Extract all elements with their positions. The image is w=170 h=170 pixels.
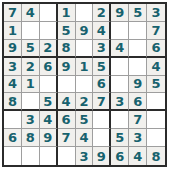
cell-r8c2[interactable]: 8 xyxy=(22,129,40,147)
cell-r7c9[interactable] xyxy=(147,111,165,129)
cell-r4c3[interactable]: 6 xyxy=(40,58,58,76)
cell-r2c1[interactable]: 1 xyxy=(4,22,22,40)
sudoku-board: 7412953159479528346326915441695854273634… xyxy=(2,2,167,167)
cell-r1c5[interactable] xyxy=(76,4,94,22)
cell-r9c6[interactable]: 9 xyxy=(93,147,111,165)
cell-r5c4[interactable] xyxy=(58,76,76,94)
cell-r8c7[interactable]: 5 xyxy=(111,129,129,147)
cell-r4c9[interactable]: 4 xyxy=(147,58,165,76)
cell-r8c1[interactable]: 6 xyxy=(4,129,22,147)
cell-r9c7[interactable]: 6 xyxy=(111,147,129,165)
cell-r9c1[interactable] xyxy=(4,147,22,165)
cell-r4c4[interactable]: 9 xyxy=(58,58,76,76)
cell-r7c4[interactable]: 6 xyxy=(58,111,76,129)
cell-r5c5[interactable] xyxy=(76,76,94,94)
cell-r6c1[interactable]: 8 xyxy=(4,93,22,111)
cell-r6c2[interactable] xyxy=(22,93,40,111)
cell-r5c1[interactable]: 4 xyxy=(4,76,22,94)
cell-r3c5[interactable] xyxy=(76,40,94,58)
cell-r4c2[interactable]: 2 xyxy=(22,58,40,76)
cell-r9c8[interactable]: 4 xyxy=(129,147,147,165)
cell-r2c9[interactable]: 7 xyxy=(147,22,165,40)
cell-r8c5[interactable]: 4 xyxy=(76,129,94,147)
cell-r3c3[interactable]: 2 xyxy=(40,40,58,58)
cell-r2c7[interactable] xyxy=(111,22,129,40)
cell-r3c6[interactable]: 3 xyxy=(93,40,111,58)
cell-r7c5[interactable]: 5 xyxy=(76,111,94,129)
cell-r1c3[interactable] xyxy=(40,4,58,22)
cell-r9c3[interactable] xyxy=(40,147,58,165)
cell-r4c8[interactable] xyxy=(129,58,147,76)
cell-r2c8[interactable] xyxy=(129,22,147,40)
cell-r5c8[interactable]: 9 xyxy=(129,76,147,94)
cell-r5c6[interactable]: 6 xyxy=(93,76,111,94)
cell-r9c9[interactable]: 8 xyxy=(147,147,165,165)
cell-r8c8[interactable]: 3 xyxy=(129,129,147,147)
cell-r5c2[interactable]: 1 xyxy=(22,76,40,94)
cell-r4c6[interactable]: 5 xyxy=(93,58,111,76)
cell-r1c1[interactable]: 7 xyxy=(4,4,22,22)
cell-r3c8[interactable] xyxy=(129,40,147,58)
cell-r9c5[interactable]: 3 xyxy=(76,147,94,165)
cell-r7c8[interactable]: 7 xyxy=(129,111,147,129)
cell-r1c6[interactable]: 2 xyxy=(93,4,111,22)
cell-r6c3[interactable]: 5 xyxy=(40,93,58,111)
cell-r3c4[interactable]: 8 xyxy=(58,40,76,58)
cell-r4c1[interactable]: 3 xyxy=(4,58,22,76)
cell-r8c9[interactable] xyxy=(147,129,165,147)
cell-r7c6[interactable] xyxy=(93,111,111,129)
cell-r8c6[interactable] xyxy=(93,129,111,147)
cell-r6c4[interactable]: 4 xyxy=(58,93,76,111)
cell-r2c2[interactable] xyxy=(22,22,40,40)
cell-r3c7[interactable]: 4 xyxy=(111,40,129,58)
cell-r1c9[interactable]: 3 xyxy=(147,4,165,22)
cell-r3c1[interactable]: 9 xyxy=(4,40,22,58)
cell-r6c6[interactable]: 7 xyxy=(93,93,111,111)
cell-r5c3[interactable] xyxy=(40,76,58,94)
cell-r1c8[interactable]: 5 xyxy=(129,4,147,22)
cell-r3c2[interactable]: 5 xyxy=(22,40,40,58)
cell-r1c7[interactable]: 9 xyxy=(111,4,129,22)
cell-r2c5[interactable]: 9 xyxy=(76,22,94,40)
cell-r2c6[interactable]: 4 xyxy=(93,22,111,40)
cell-r7c7[interactable] xyxy=(111,111,129,129)
cell-r6c8[interactable]: 6 xyxy=(129,93,147,111)
cell-r1c2[interactable]: 4 xyxy=(22,4,40,22)
cell-r4c5[interactable]: 1 xyxy=(76,58,94,76)
cell-r9c4[interactable] xyxy=(58,147,76,165)
cell-r7c2[interactable]: 3 xyxy=(22,111,40,129)
cell-r2c3[interactable] xyxy=(40,22,58,40)
cell-r3c9[interactable]: 6 xyxy=(147,40,165,58)
cell-r4c7[interactable] xyxy=(111,58,129,76)
cell-r6c9[interactable] xyxy=(147,93,165,111)
cell-r7c3[interactable]: 4 xyxy=(40,111,58,129)
cell-r7c1[interactable] xyxy=(4,111,22,129)
cell-r8c3[interactable]: 9 xyxy=(40,129,58,147)
cell-r9c2[interactable] xyxy=(22,147,40,165)
cell-r5c7[interactable] xyxy=(111,76,129,94)
cell-r8c4[interactable]: 7 xyxy=(58,129,76,147)
cell-r6c5[interactable]: 2 xyxy=(76,93,94,111)
cell-r2c4[interactable]: 5 xyxy=(58,22,76,40)
cell-r6c7[interactable]: 3 xyxy=(111,93,129,111)
cell-r5c9[interactable]: 5 xyxy=(147,76,165,94)
cell-r1c4[interactable]: 1 xyxy=(58,4,76,22)
